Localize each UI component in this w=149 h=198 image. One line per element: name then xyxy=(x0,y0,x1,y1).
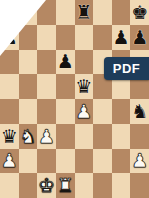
square-d6: ♟ xyxy=(56,50,75,75)
white-pawn-a2: ♟ xyxy=(0,149,19,174)
black-queen-a3: ♛ xyxy=(0,124,19,149)
square-g8 xyxy=(112,0,131,25)
square-g4 xyxy=(112,99,131,124)
square-a2: ♟ xyxy=(0,149,19,174)
square-g7: ♟ xyxy=(112,25,131,50)
white-pawn-h2: ♟ xyxy=(130,149,149,174)
square-c8 xyxy=(37,0,56,25)
square-d3 xyxy=(56,124,75,149)
square-c1: ♚ xyxy=(37,173,56,198)
square-f2 xyxy=(93,149,112,174)
chess-board: ♜♚♟♟♟♟♛♟♞♛♞♟♟♟♚♜ xyxy=(0,0,149,198)
square-f3 xyxy=(93,124,112,149)
white-rook-d1: ♜ xyxy=(56,173,75,198)
square-b8 xyxy=(19,0,38,25)
square-c7 xyxy=(37,25,56,50)
square-a6 xyxy=(0,50,19,75)
square-f1 xyxy=(93,173,112,198)
white-pawn-e4: ♟ xyxy=(75,99,94,124)
square-h1 xyxy=(130,173,149,198)
square-g3 xyxy=(112,124,131,149)
square-d5 xyxy=(56,74,75,99)
square-e5: ♛ xyxy=(75,74,94,99)
square-b6 xyxy=(19,50,38,75)
square-e4: ♟ xyxy=(75,99,94,124)
pdf-page-thumbnail[interactable]: ♜♚♟♟♟♟♛♟♞♛♞♟♟♟♚♜ PDF xyxy=(0,0,149,198)
square-e2 xyxy=(75,149,94,174)
square-e1 xyxy=(75,173,94,198)
black-king-h8: ♚ xyxy=(130,0,149,25)
square-b5 xyxy=(19,74,38,99)
square-c3: ♟ xyxy=(37,124,56,149)
square-d7 xyxy=(56,25,75,50)
square-f4 xyxy=(93,99,112,124)
square-e7 xyxy=(75,25,94,50)
square-d2 xyxy=(56,149,75,174)
square-b1 xyxy=(19,173,38,198)
black-queen-e5: ♛ xyxy=(75,74,94,99)
square-b7 xyxy=(19,25,38,50)
square-h4: ♞ xyxy=(130,99,149,124)
pdf-badge: PDF xyxy=(104,57,149,80)
square-c6 xyxy=(37,50,56,75)
square-b3: ♞ xyxy=(19,124,38,149)
square-e8: ♜ xyxy=(75,0,94,25)
square-c2 xyxy=(37,149,56,174)
square-b4 xyxy=(19,99,38,124)
square-g2 xyxy=(112,149,131,174)
black-rook-e8: ♜ xyxy=(75,0,94,25)
square-h2: ♟ xyxy=(130,149,149,174)
square-d1: ♜ xyxy=(56,173,75,198)
square-a1 xyxy=(0,173,19,198)
white-knight-b3: ♞ xyxy=(19,124,38,149)
square-c4 xyxy=(37,99,56,124)
square-b2 xyxy=(19,149,38,174)
black-pawn-d6: ♟ xyxy=(56,50,75,75)
black-pawn-a7: ♟ xyxy=(0,25,19,50)
square-a5 xyxy=(0,74,19,99)
square-f8 xyxy=(93,0,112,25)
square-h7: ♟ xyxy=(130,25,149,50)
square-e6 xyxy=(75,50,94,75)
square-a7: ♟ xyxy=(0,25,19,50)
square-a8 xyxy=(0,0,19,25)
square-a3: ♛ xyxy=(0,124,19,149)
black-pawn-g7: ♟ xyxy=(112,25,131,50)
black-knight-h4: ♞ xyxy=(130,99,149,124)
square-e3 xyxy=(75,124,94,149)
white-king-c1: ♚ xyxy=(37,173,56,198)
black-pawn-h7: ♟ xyxy=(130,25,149,50)
square-h3 xyxy=(130,124,149,149)
square-g1 xyxy=(112,173,131,198)
square-c5 xyxy=(37,74,56,99)
square-d8 xyxy=(56,0,75,25)
white-pawn-c3: ♟ xyxy=(37,124,56,149)
square-f7 xyxy=(93,25,112,50)
square-d4 xyxy=(56,99,75,124)
square-h8: ♚ xyxy=(130,0,149,25)
square-a4 xyxy=(0,99,19,124)
